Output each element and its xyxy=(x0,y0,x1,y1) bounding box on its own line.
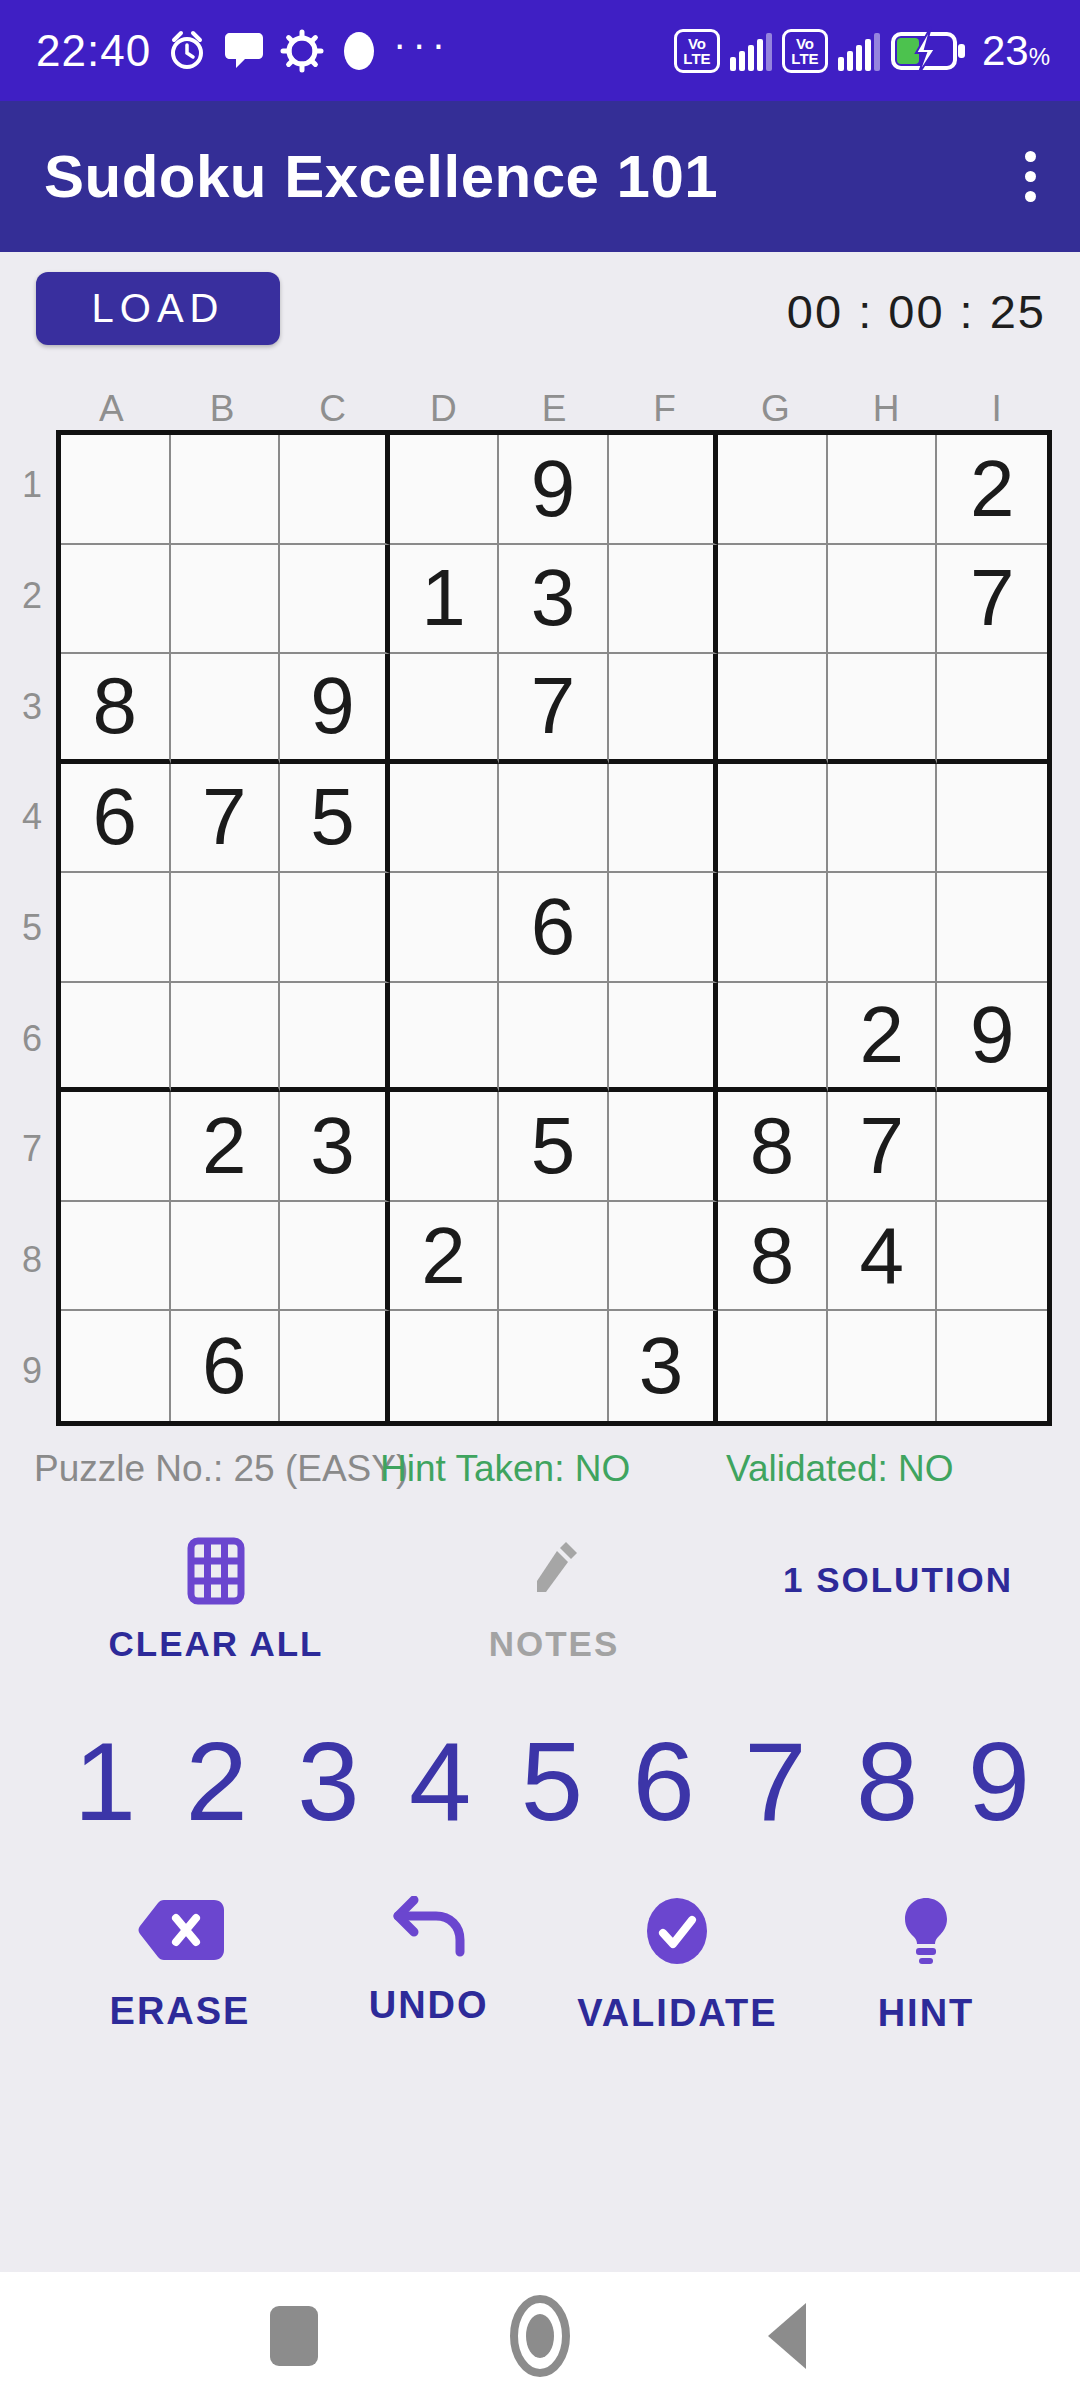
sudoku-cell-F5[interactable] xyxy=(609,873,719,983)
sudoku-cell-E3[interactable]: 7 xyxy=(499,654,609,764)
numpad-key-8[interactable]: 8 xyxy=(844,1712,930,1852)
sudoku-cell-H3[interactable] xyxy=(828,654,938,764)
sudoku-cell-G3[interactable] xyxy=(718,654,828,764)
column-label-C: C xyxy=(277,388,388,430)
grid-icon xyxy=(183,1536,249,1606)
sudoku-cell-G2[interactable] xyxy=(718,545,828,655)
numpad-key-7[interactable]: 7 xyxy=(733,1712,819,1852)
sudoku-cell-F1[interactable] xyxy=(609,435,719,545)
overflow-menu-icon[interactable] xyxy=(1009,135,1052,218)
sudoku-cell-I9[interactable] xyxy=(937,1311,1047,1421)
row-label-9: 9 xyxy=(0,1315,52,1426)
validate-button[interactable]: VALIDATE xyxy=(577,1896,777,2035)
row-label-1: 1 xyxy=(0,430,52,541)
undo-button[interactable]: UNDO xyxy=(329,1896,529,2035)
sudoku-cell-G9[interactable] xyxy=(718,1311,828,1421)
sudoku-cell-F4[interactable] xyxy=(609,764,719,874)
sudoku-cell-B9[interactable]: 6 xyxy=(171,1311,281,1421)
sudoku-cell-G4[interactable] xyxy=(718,764,828,874)
erase-icon xyxy=(134,1896,226,1964)
column-label-E: E xyxy=(499,388,610,430)
column-label-F: F xyxy=(609,388,720,430)
sudoku-cell-H5[interactable] xyxy=(828,873,938,983)
app-bar: Sudoku Excellence 101 xyxy=(0,101,1080,252)
sudoku-cell-I7[interactable] xyxy=(937,1092,1047,1202)
row-label-5: 5 xyxy=(0,873,52,984)
notes-label: NOTES xyxy=(489,1624,620,1664)
sudoku-cell-D7[interactable] xyxy=(390,1092,500,1202)
hint-taken-text: Hint Taken: NO xyxy=(380,1448,630,1490)
solution-count-text: 1 SOLUTION xyxy=(738,1560,1058,1600)
timer-text: 00 : 00 : 25 xyxy=(787,284,1046,339)
lightbulb-icon xyxy=(899,1896,953,1966)
sudoku-cell-C6[interactable] xyxy=(280,983,390,1093)
gear-icon xyxy=(279,28,325,74)
sudoku-cell-E2[interactable]: 3 xyxy=(499,545,609,655)
number-pad: 123456789 xyxy=(62,1712,1042,1852)
validate-label: VALIDATE xyxy=(577,1992,777,2035)
hint-button[interactable]: HINT xyxy=(826,1896,1026,2035)
sudoku-cell-F2[interactable] xyxy=(609,545,719,655)
sudoku-cell-I1[interactable]: 2 xyxy=(937,435,1047,545)
undo-label: UNDO xyxy=(369,1984,489,2027)
sudoku-cell-I3[interactable] xyxy=(937,654,1047,764)
volte-icon: VoLTE xyxy=(674,29,720,73)
sudoku-cell-C8[interactable] xyxy=(280,1202,390,1312)
clock-text: 22:40 xyxy=(36,26,151,76)
message-icon xyxy=(223,29,265,73)
sudoku-cell-D9[interactable] xyxy=(390,1311,500,1421)
sudoku-cell-F9[interactable]: 3 xyxy=(609,1311,719,1421)
recents-square-icon xyxy=(266,2302,322,2370)
sudoku-cell-D5[interactable] xyxy=(390,873,500,983)
sudoku-cell-H4[interactable] xyxy=(828,764,938,874)
column-label-H: H xyxy=(831,388,942,430)
column-label-A: A xyxy=(56,388,167,430)
sudoku-cell-D6[interactable] xyxy=(390,983,500,1093)
row-label-8: 8 xyxy=(0,1205,52,1316)
status-bar: 22:40 ··· VoLTE VoLTE xyxy=(0,0,1080,101)
column-label-G: G xyxy=(720,388,831,430)
more-notifications-icon: ··· xyxy=(393,34,451,68)
erase-button[interactable]: ERASE xyxy=(80,1896,280,2035)
sudoku-cell-H8[interactable]: 4 xyxy=(828,1202,938,1312)
row-label-7: 7 xyxy=(0,1094,52,1205)
sudoku-cell-E6[interactable] xyxy=(499,983,609,1093)
row-labels: 123456789 xyxy=(0,430,52,1426)
row-label-3: 3 xyxy=(0,651,52,762)
sudoku-cell-G5[interactable] xyxy=(718,873,828,983)
sudoku-cell-H2[interactable] xyxy=(828,545,938,655)
numpad-key-3[interactable]: 3 xyxy=(286,1712,372,1852)
battery-percent: 23% xyxy=(982,27,1050,75)
erase-label: ERASE xyxy=(110,1990,251,2033)
row-label-4: 4 xyxy=(0,762,52,873)
sudoku-cell-E7[interactable]: 5 xyxy=(499,1092,609,1202)
sudoku-cell-D3[interactable] xyxy=(390,654,500,764)
sudoku-cell-H1[interactable] xyxy=(828,435,938,545)
sudoku-cell-A2[interactable] xyxy=(61,545,171,655)
sudoku-cell-E9[interactable] xyxy=(499,1311,609,1421)
undo-icon xyxy=(392,1896,466,1958)
sudoku-cell-B4[interactable]: 7 xyxy=(171,764,281,874)
sudoku-cell-D1[interactable] xyxy=(390,435,500,545)
sudoku-cell-F7[interactable] xyxy=(609,1092,719,1202)
pencil-icon xyxy=(524,1536,584,1606)
actions-row: ERASE UNDO VALIDATE HINT xyxy=(80,1896,1026,2035)
sudoku-cell-D4[interactable] xyxy=(390,764,500,874)
notes-button[interactable]: NOTES xyxy=(424,1536,684,1664)
numpad-key-4[interactable]: 4 xyxy=(397,1712,483,1852)
sudoku-cell-B5[interactable] xyxy=(171,873,281,983)
sudoku-cell-F3[interactable] xyxy=(609,654,719,764)
hint-label: HINT xyxy=(878,1992,975,2035)
column-label-I: I xyxy=(941,388,1052,430)
sudoku-cell-I2[interactable]: 7 xyxy=(937,545,1047,655)
sudoku-cell-H6[interactable]: 2 xyxy=(828,983,938,1093)
validated-text: Validated: NO xyxy=(726,1448,954,1490)
sudoku-cell-B7[interactable]: 2 xyxy=(171,1092,281,1202)
back-button[interactable] xyxy=(753,2291,819,2381)
puzzle-number-text: Puzzle No.: 25 (EASY) xyxy=(34,1448,408,1490)
sudoku-cell-A4[interactable]: 6 xyxy=(61,764,171,874)
row-label-6: 6 xyxy=(0,983,52,1094)
sudoku-cell-D2[interactable]: 1 xyxy=(390,545,500,655)
sudoku-cell-G6[interactable] xyxy=(718,983,828,1093)
sudoku-cell-D8[interactable]: 2 xyxy=(390,1202,500,1312)
sudoku-cell-B6[interactable] xyxy=(171,983,281,1093)
sudoku-cell-C1[interactable] xyxy=(280,435,390,545)
home-circle-icon xyxy=(509,2294,571,2378)
sudoku-cell-C4[interactable]: 5 xyxy=(280,764,390,874)
column-label-D: D xyxy=(388,388,499,430)
sudoku-cell-A7[interactable] xyxy=(61,1092,171,1202)
battery-charging-icon xyxy=(890,25,972,77)
sudoku-cell-B3[interactable] xyxy=(171,654,281,764)
sudoku-cell-E4[interactable] xyxy=(499,764,609,874)
sudoku-cell-F6[interactable] xyxy=(609,983,719,1093)
sudoku-cell-I5[interactable] xyxy=(937,873,1047,983)
sudoku-cell-C9[interactable] xyxy=(280,1311,390,1421)
sudoku-cell-B8[interactable] xyxy=(171,1202,281,1312)
sudoku-cell-H9[interactable] xyxy=(828,1311,938,1421)
check-circle-icon xyxy=(642,1896,712,1966)
sudoku-cell-G7[interactable]: 8 xyxy=(718,1092,828,1202)
sudoku-cell-B2[interactable] xyxy=(171,545,281,655)
clear-all-label: CLEAR ALL xyxy=(108,1624,323,1664)
sudoku-cell-A6[interactable] xyxy=(61,983,171,1093)
sudoku-cell-A8[interactable] xyxy=(61,1202,171,1312)
sudoku-cell-C2[interactable] xyxy=(280,545,390,655)
sudoku-cell-G1[interactable] xyxy=(718,435,828,545)
numpad-key-5[interactable]: 5 xyxy=(509,1712,595,1852)
signal-bars-icon xyxy=(838,31,880,71)
sudoku-cell-I8[interactable] xyxy=(937,1202,1047,1312)
home-button[interactable] xyxy=(507,2291,573,2381)
sudoku-cell-H7[interactable]: 7 xyxy=(828,1092,938,1202)
signal-bars-icon xyxy=(730,31,772,71)
sudoku-cell-I4[interactable] xyxy=(937,764,1047,874)
back-triangle-icon xyxy=(762,2299,810,2373)
sudoku-cell-A9[interactable] xyxy=(61,1311,171,1421)
navigation-bar xyxy=(0,2272,1080,2400)
sudoku-cell-C7[interactable]: 3 xyxy=(280,1092,390,1202)
numpad-key-9[interactable]: 9 xyxy=(956,1712,1042,1852)
sudoku-cell-C5[interactable] xyxy=(280,873,390,983)
sudoku-cell-A1[interactable] xyxy=(61,435,171,545)
column-labels: ABCDEFGHI xyxy=(56,388,1052,426)
sudoku-cell-I6[interactable]: 9 xyxy=(937,983,1047,1093)
sudoku-cell-B1[interactable] xyxy=(171,435,281,545)
sudoku-cell-E1[interactable]: 9 xyxy=(499,435,609,545)
volte-icon-2: VoLTE xyxy=(782,29,828,73)
sudoku-cell-C3[interactable]: 9 xyxy=(280,654,390,764)
alarm-icon xyxy=(165,29,209,73)
page-title: Sudoku Excellence 101 xyxy=(44,142,718,211)
sudoku-board: 921378976756292358728463 xyxy=(56,430,1052,1426)
sudoku-cell-F8[interactable] xyxy=(609,1202,719,1312)
load-button[interactable]: LOAD xyxy=(36,272,280,345)
recents-button[interactable] xyxy=(261,2291,327,2381)
numpad-key-1[interactable]: 1 xyxy=(62,1712,148,1852)
sudoku-cell-A3[interactable]: 8 xyxy=(61,654,171,764)
clear-all-button[interactable]: CLEAR ALL xyxy=(86,1536,346,1664)
column-label-B: B xyxy=(167,388,278,430)
sudoku-cell-E5[interactable]: 6 xyxy=(499,873,609,983)
sudoku-cell-A5[interactable] xyxy=(61,873,171,983)
numpad-key-6[interactable]: 6 xyxy=(621,1712,707,1852)
sudoku-cell-E8[interactable] xyxy=(499,1202,609,1312)
row-label-2: 2 xyxy=(0,541,52,652)
sudoku-cell-G8[interactable]: 8 xyxy=(718,1202,828,1312)
numpad-key-2[interactable]: 2 xyxy=(174,1712,260,1852)
data-saver-icon xyxy=(339,28,379,74)
